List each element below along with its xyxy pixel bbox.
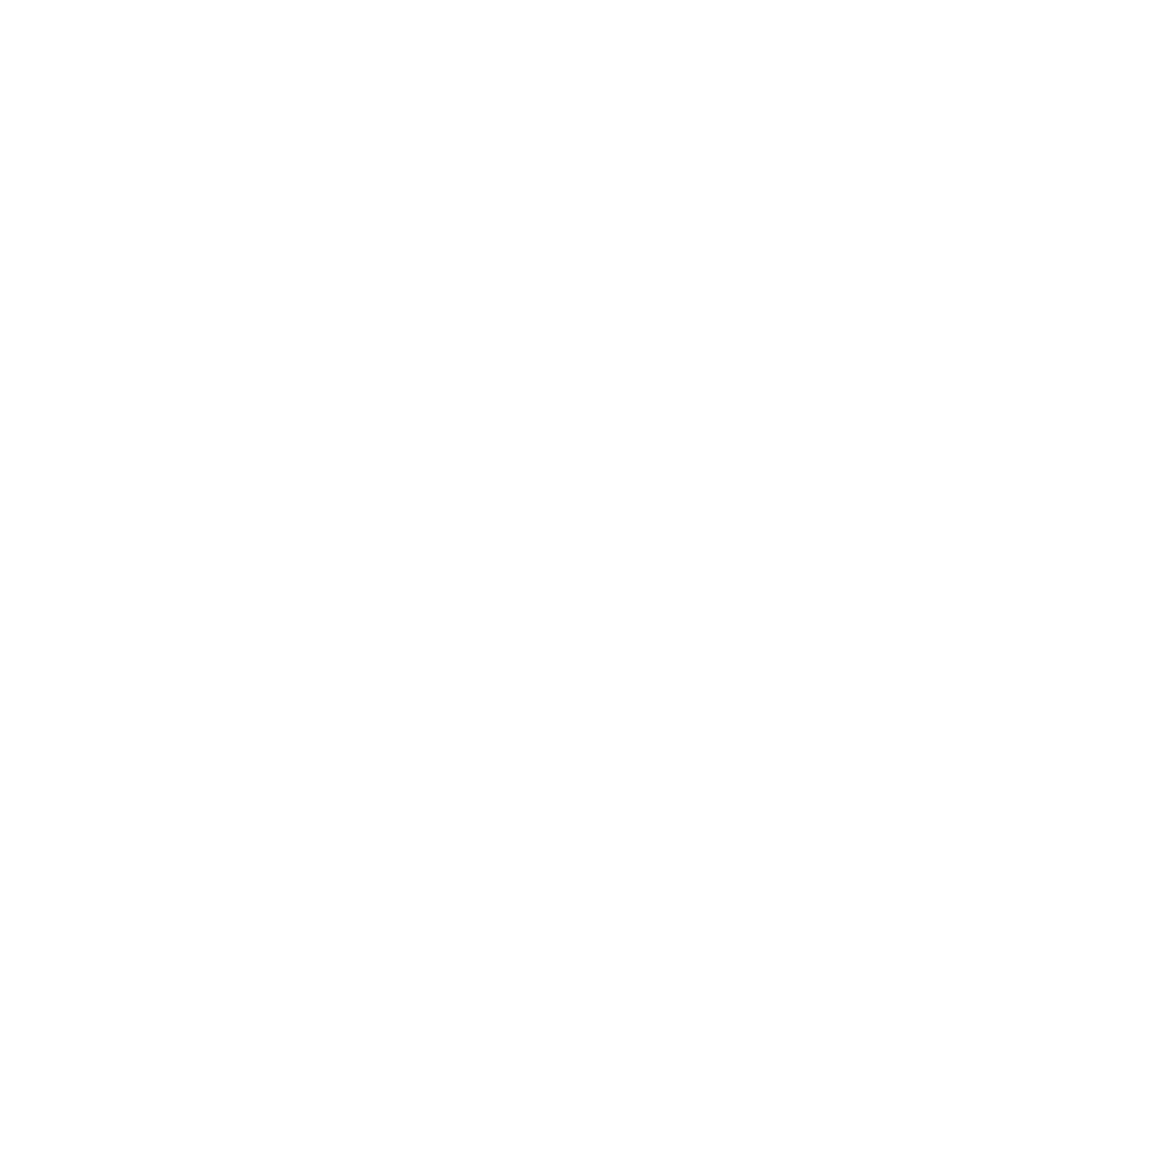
product-photo-scene [0, 0, 1176, 1176]
chess-set-photo [0, 0, 1176, 1176]
